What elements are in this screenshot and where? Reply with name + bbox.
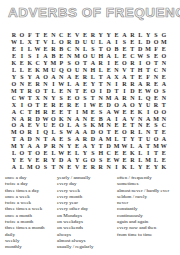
grid-cell: N <box>65 87 73 94</box>
grid-cell: O <box>160 53 168 60</box>
grid-cell: E <box>49 122 57 129</box>
grid-cell: T <box>152 150 160 157</box>
grid-cell: Y <box>89 143 97 150</box>
grid-cell: I <box>113 164 121 171</box>
grid-cell: K <box>89 122 97 129</box>
grid-cell: N <box>113 67 121 74</box>
grid-cell: M <box>10 87 18 94</box>
grid-cell: A <box>73 80 81 87</box>
grid-cell: Y <box>136 164 144 171</box>
grid-cell: I <box>136 60 144 67</box>
grid-cell: Y <box>42 60 50 67</box>
grid-cell: O <box>160 108 168 115</box>
grid-cell: T <box>26 150 34 157</box>
grid-cell: E <box>120 150 128 157</box>
grid-cell: A <box>136 143 144 150</box>
grid-cell: A <box>73 129 81 136</box>
grid-cell: R <box>128 157 136 164</box>
grid-cell: Y <box>65 143 73 150</box>
grid-cell: X <box>10 101 18 108</box>
grid-cell: B <box>49 53 57 60</box>
grid-cell: T <box>26 108 34 115</box>
grid-cell: Q <box>57 67 65 74</box>
grid-cell: E <box>65 32 73 39</box>
grid-cell: M <box>26 164 34 171</box>
grid-cell: D <box>105 87 113 94</box>
grid-cell: R <box>81 136 89 143</box>
grid-cell: S <box>42 164 50 171</box>
grid-cell: A <box>144 115 152 122</box>
grid-cell: U <box>42 122 50 129</box>
grid-cell: P <box>57 60 65 67</box>
grid-cell: I <box>18 46 26 53</box>
grid-cell: Y <box>81 150 89 157</box>
grid-cell: T <box>113 87 121 94</box>
grid-cell: Y <box>128 136 136 143</box>
grid-cell: I <box>81 101 89 108</box>
grid-cell: A <box>10 164 18 171</box>
grid-cell: L <box>136 32 144 39</box>
grid-cell: Q <box>42 129 50 136</box>
grid-cell: R <box>128 129 136 136</box>
grid-cell: A <box>113 94 121 101</box>
grid-cell: E <box>26 122 34 129</box>
grid-cell: R <box>144 80 152 87</box>
grid-cell: M <box>42 67 50 74</box>
grid-cell: U <box>49 67 57 74</box>
grid-cell: E <box>120 53 128 60</box>
grid-cell: N <box>57 143 65 150</box>
grid-cell: E <box>42 150 50 157</box>
grid-cell: M <box>49 60 57 67</box>
grid-cell: O <box>49 115 57 122</box>
grid-cell: E <box>89 115 97 122</box>
grid-cell: U <box>89 39 97 46</box>
grid-cell: T <box>97 46 105 53</box>
grid-cell: R <box>34 80 42 87</box>
grid-cell: A <box>26 143 34 150</box>
grid-cell: R <box>26 87 34 94</box>
grid-cell: W <box>120 143 128 150</box>
grid-cell: A <box>105 115 113 122</box>
grid-cell: E <box>57 87 65 94</box>
grid-cell: M <box>152 115 160 122</box>
grid-cell: D <box>128 87 136 94</box>
grid-cell: N <box>57 74 65 81</box>
grid-cell: E <box>160 150 168 157</box>
grid-cell: M <box>105 136 113 143</box>
grid-cell: L <box>26 46 34 53</box>
grid-cell: S <box>81 122 89 129</box>
grid-cell: F <box>144 74 152 81</box>
grid-cell: T <box>10 136 18 143</box>
grid-cell: C <box>128 53 136 60</box>
grid-cell: N <box>65 115 73 122</box>
grid-cell: L <box>128 143 136 150</box>
grid-cell: A <box>65 74 73 81</box>
grid-cell: D <box>105 101 113 108</box>
grid-cell: H <box>97 150 105 157</box>
grid-cell: W <box>57 80 65 87</box>
grid-cell: W <box>42 115 50 122</box>
grid-cell: Y <box>136 101 144 108</box>
grid-cell: I <box>97 87 105 94</box>
grid-cell: R <box>128 32 136 39</box>
grid-cell: N <box>18 80 26 87</box>
grid-cell: E <box>10 46 18 53</box>
grid-cell: C <box>160 122 168 129</box>
grid-cell: A <box>120 101 128 108</box>
grid-cell: S <box>65 60 73 67</box>
grid-cell: L <box>136 157 144 164</box>
grid-cell: E <box>89 108 97 115</box>
grid-cell: N <box>152 74 160 81</box>
grid-cell: O <box>65 67 73 74</box>
grid-cell: T <box>34 32 42 39</box>
grid-cell: N <box>105 80 113 87</box>
grid-cell: I <box>18 53 26 60</box>
grid-cell: W <box>89 101 97 108</box>
grid-cell: E <box>18 60 26 67</box>
grid-cell: V <box>73 164 81 171</box>
grid-cell: D <box>89 129 97 136</box>
grid-cell: S <box>26 53 34 60</box>
grid-cell: F <box>152 46 160 53</box>
grid-cell: E <box>144 122 152 129</box>
grid-cell: S <box>160 87 168 94</box>
grid-cell: Q <box>144 94 152 101</box>
grid-cell: C <box>57 32 65 39</box>
grid-cell: O <box>34 164 42 171</box>
grid-cell: S <box>18 74 26 81</box>
grid-cell: P <box>42 143 50 150</box>
grid-cell: T <box>26 94 34 101</box>
grid-cell: N <box>105 122 113 129</box>
grid-cell: T <box>97 74 105 81</box>
grid-cell: O <box>152 39 160 46</box>
grid-cell: C <box>10 94 18 101</box>
grid-cell: O <box>105 46 113 53</box>
grid-cell: K <box>26 60 34 67</box>
grid-cell: O <box>34 150 42 157</box>
grid-cell: L <box>10 67 18 74</box>
grid-cell: M <box>10 129 18 136</box>
grid-cell: E <box>152 53 160 60</box>
grid-cell: T <box>42 136 50 143</box>
grid-cell: A <box>49 74 57 81</box>
grid-cell: N <box>136 115 144 122</box>
grid-cell: E <box>97 101 105 108</box>
grid-cell: K <box>120 164 128 171</box>
grid-cell: A <box>73 122 81 129</box>
grid-cell: E <box>65 94 73 101</box>
grid-cell: L <box>136 129 144 136</box>
grid-cell: O <box>18 129 26 136</box>
grid-cell: E <box>128 39 136 46</box>
grid-cell: T <box>49 164 57 171</box>
grid-cell: E <box>120 108 128 115</box>
grid-cell: L <box>10 150 18 157</box>
grid-cell: N <box>144 129 152 136</box>
grid-cell: L <box>49 129 57 136</box>
grid-cell: N <box>128 94 136 101</box>
grid-cell: T <box>18 87 26 94</box>
grid-cell: T <box>81 60 89 67</box>
grid-cell: L <box>136 150 144 157</box>
grid-cell: A <box>89 60 97 67</box>
grid-cell: S <box>57 94 65 101</box>
grid-cell: A <box>160 80 168 87</box>
grid-cell: N <box>160 94 168 101</box>
grid-cell: R <box>81 74 89 81</box>
grid-cell: M <box>73 53 81 60</box>
grid-cell: T <box>144 67 152 74</box>
word-list-column-1: once a daytwice a daythree times a dayon… <box>5 175 55 251</box>
grid-cell: N <box>81 67 89 74</box>
grid-cell: L <box>65 80 73 87</box>
grid-cell: I <box>105 60 113 67</box>
grid-cell: T <box>65 108 73 115</box>
grid-cell: M <box>10 143 18 150</box>
grid-cell: T <box>97 80 105 87</box>
grid-cell: A <box>18 136 26 143</box>
grid-cell: R <box>128 60 136 67</box>
grid-cell: D <box>105 143 113 150</box>
grid-cell: E <box>57 108 65 115</box>
grid-cell: M <box>97 122 105 129</box>
grid-cell: T <box>160 101 168 108</box>
grid-cell: E <box>113 122 121 129</box>
grid-cell: N <box>81 115 89 122</box>
grid-cell: T <box>128 74 136 81</box>
word-list-item: almost never / hardly ever <box>117 188 177 194</box>
grid-cell: L <box>49 39 57 46</box>
grid-cell: A <box>120 115 128 122</box>
grid-cell: A <box>73 136 81 143</box>
grid-cell: L <box>49 150 57 157</box>
grid-cell: S <box>81 94 89 101</box>
grid-cell: O <box>10 80 18 87</box>
grid-cell: U <box>144 101 152 108</box>
grid-cell: E <box>81 80 89 87</box>
grid-cell: A <box>73 115 81 122</box>
grid-cell: Y <box>49 157 57 164</box>
grid-cell: O <box>152 108 160 115</box>
grid-cell: L <box>89 74 97 81</box>
grid-cell: L <box>136 39 144 46</box>
grid-cell: A <box>65 157 73 164</box>
grid-cell: T <box>152 129 160 136</box>
grid-cell: E <box>120 157 128 164</box>
grid-cell: A <box>18 115 26 122</box>
grid-cell: R <box>97 60 105 67</box>
grid-cell: H <box>136 67 144 74</box>
grid-cell: N <box>73 46 81 53</box>
grid-cell: W <box>113 157 121 164</box>
grid-cell: I <box>120 87 128 94</box>
grid-cell: O <box>152 136 160 143</box>
grid-cell: V <box>42 39 50 46</box>
grid-cell: R <box>10 32 18 39</box>
grid-cell: T <box>144 143 152 150</box>
grid-cell: O <box>73 60 81 67</box>
grid-cell: L <box>81 46 89 53</box>
grid-cell: E <box>160 46 168 53</box>
grid-cell: M <box>152 143 160 150</box>
grid-cell: O <box>34 87 42 94</box>
grid-cell: R <box>49 143 57 150</box>
grid-cell: N <box>34 136 42 143</box>
grid-cell: R <box>152 101 160 108</box>
grid-cell: K <box>160 164 168 171</box>
grid-cell: K <box>128 150 136 157</box>
grid-cell: T <box>136 136 144 143</box>
grid-cell: T <box>128 46 136 53</box>
grid-cell: R <box>49 101 57 108</box>
grid-cell: A <box>81 129 89 136</box>
grid-cell: L <box>65 122 73 129</box>
grid-cell: G <box>160 32 168 39</box>
grid-cell: N <box>105 164 113 171</box>
grid-cell: K <box>57 115 65 122</box>
grid-cell: T <box>34 39 42 46</box>
grid-cell: X <box>113 74 121 81</box>
grid-cell: R <box>89 32 97 39</box>
grid-cell: E <box>57 136 65 143</box>
grid-cell: E <box>105 67 113 74</box>
grid-cell: O <box>57 39 65 46</box>
grid-cell: D <box>73 39 81 46</box>
grid-cell: H <box>89 67 97 74</box>
grid-cell: D <box>136 46 144 53</box>
grid-cell: N <box>57 164 65 171</box>
grid-cell: T <box>34 101 42 108</box>
grid-cell: Y <box>10 74 18 81</box>
grid-cell: W <box>144 87 152 94</box>
grid-cell: T <box>128 67 136 74</box>
grid-cell: A <box>34 143 42 150</box>
grid-cell: E <box>65 164 73 171</box>
grid-cell: C <box>34 60 42 67</box>
grid-cell: I <box>34 53 42 60</box>
grid-cell: W <box>18 94 26 101</box>
grid-cell: O <box>128 101 136 108</box>
grid-cell: O <box>144 60 152 67</box>
grid-cell: V <box>120 67 128 74</box>
grid-cell: M <box>160 39 168 46</box>
grid-cell: R <box>120 94 128 101</box>
grid-cell: M <box>144 157 152 164</box>
grid-cell: N <box>160 67 168 74</box>
grid-cell: E <box>136 74 144 81</box>
grid-cell: L <box>18 39 26 46</box>
grid-cell: U <box>144 136 152 143</box>
grid-cell: W <box>160 143 168 150</box>
grid-cell: O <box>42 74 50 81</box>
grid-cell: S <box>89 150 97 157</box>
grid-cell: T <box>152 60 160 67</box>
grid-cell: K <box>34 67 42 74</box>
grid-cell: B <box>113 46 121 53</box>
grid-cell: E <box>136 87 144 94</box>
grid-cell: L <box>152 157 160 164</box>
grid-cell: S <box>120 39 128 46</box>
grid-cell: F <box>26 32 34 39</box>
grid-cell: N <box>10 115 18 122</box>
grid-cell: V <box>128 115 136 122</box>
grid-cell: E <box>65 150 73 157</box>
grid-cell: M <box>105 94 113 101</box>
grid-cell: E <box>152 80 160 87</box>
grid-cell: L <box>18 67 26 74</box>
grid-cell: O <box>10 122 18 129</box>
wordsearch-grid: ROFTENCEVERYYEARLYSGWLXTVLORDUULAISELDOM… <box>10 32 168 170</box>
grid-cell: C <box>105 150 113 157</box>
grid-cell: K <box>136 108 144 115</box>
grid-cell: Y <box>49 94 57 101</box>
grid-cell: O <box>18 150 26 157</box>
grid-cell: E <box>120 122 128 129</box>
grid-cell: A <box>34 74 42 81</box>
grid-cell: W <box>34 46 42 53</box>
grid-cell: L <box>113 53 121 60</box>
grid-cell: A <box>10 108 18 115</box>
grid-cell: M <box>144 46 152 53</box>
grid-cell: R <box>49 46 57 53</box>
grid-cell: O <box>73 94 81 101</box>
word-list-column-2: yearly / annuallyevery dayevery weekever… <box>57 175 115 251</box>
grid-cell: A <box>42 53 50 60</box>
grid-cell: D <box>144 39 152 46</box>
grid-cell: E <box>18 157 26 164</box>
grid-cell: N <box>42 80 50 87</box>
grid-cell: Y <box>18 143 26 150</box>
grid-cell: B <box>57 46 65 53</box>
grid-cell: D <box>26 136 34 143</box>
grid-cell: W <box>10 39 18 46</box>
grid-cell: S <box>152 32 160 39</box>
grid-cell: A <box>160 136 168 143</box>
grid-cell: O <box>120 60 128 67</box>
grid-cell: N <box>136 122 144 129</box>
grid-cell: O <box>89 87 97 94</box>
grid-cell: A <box>49 136 57 143</box>
grid-cell: Y <box>10 157 18 164</box>
grid-cell: I <box>49 80 57 87</box>
grid-cell: A <box>18 122 26 129</box>
grid-cell: U <box>89 53 97 60</box>
grid-cell: R <box>26 129 34 136</box>
grid-cell: X <box>34 94 42 101</box>
grid-cell: O <box>113 101 121 108</box>
word-list-item: from time to time <box>117 232 177 238</box>
grid-cell: W <box>136 53 144 60</box>
grid-cell: R <box>42 157 50 164</box>
grid-cell: O <box>18 32 26 39</box>
grid-cell: O <box>81 53 89 60</box>
grid-cell: E <box>26 67 34 74</box>
grid-cell: L <box>128 164 136 171</box>
grid-cell: E <box>113 129 121 136</box>
grid-cell: Y <box>144 32 152 39</box>
grid-cell: Y <box>26 74 34 81</box>
grid-cell: S <box>89 46 97 53</box>
grid-cell: E <box>113 60 121 67</box>
grid-cell: E <box>57 53 65 60</box>
grid-cell: E <box>42 32 50 39</box>
grid-cell: S <box>97 108 105 115</box>
grid-cell: E <box>73 101 81 108</box>
